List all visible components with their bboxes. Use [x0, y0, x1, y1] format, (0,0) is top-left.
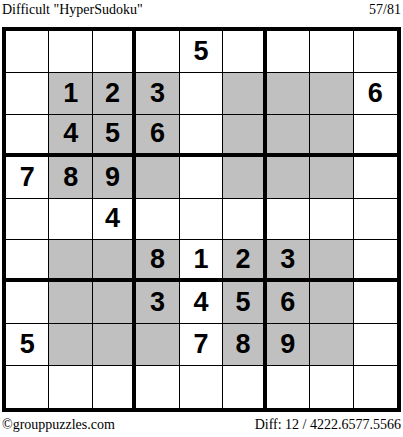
cell-r2c8[interactable] — [310, 73, 353, 115]
cell-r5c7[interactable] — [267, 199, 310, 241]
sudoku-board: 512364567894812334565789 — [2, 27, 401, 412]
site-credit: ©grouppuzzles.com — [2, 417, 115, 433]
cell-r3c6[interactable] — [223, 115, 266, 157]
cell-r7c9[interactable] — [354, 282, 397, 324]
cell-r1c3[interactable] — [93, 31, 136, 73]
cell-r4c4[interactable] — [136, 157, 179, 199]
cell-r5c6[interactable] — [223, 199, 266, 241]
cell-r2c9[interactable]: 6 — [354, 73, 397, 115]
cell-r9c2[interactable] — [49, 366, 92, 408]
cell-r3c9[interactable] — [354, 115, 397, 157]
cell-r9c9[interactable] — [354, 366, 397, 408]
cell-r5c4[interactable] — [136, 199, 179, 241]
cell-r1c2[interactable] — [49, 31, 92, 73]
cell-r9c1[interactable] — [6, 366, 49, 408]
cell-r1c6[interactable] — [223, 31, 266, 73]
cell-r5c8[interactable] — [310, 199, 353, 241]
cell-r8c1[interactable]: 5 — [6, 324, 49, 366]
cell-r4c9[interactable] — [354, 157, 397, 199]
cell-r5c2[interactable] — [49, 199, 92, 241]
cell-r1c5[interactable]: 5 — [180, 31, 223, 73]
cell-r4c2[interactable]: 8 — [49, 157, 92, 199]
cell-r2c6[interactable] — [223, 73, 266, 115]
cell-r9c6[interactable] — [223, 366, 266, 408]
cell-r7c3[interactable] — [93, 282, 136, 324]
cell-r9c4[interactable] — [136, 366, 179, 408]
cell-r3c3[interactable]: 5 — [93, 115, 136, 157]
cell-r3c4[interactable]: 6 — [136, 115, 179, 157]
header: Difficult "HyperSudoku" 57/81 — [0, 0, 403, 27]
cell-r9c3[interactable] — [93, 366, 136, 408]
cell-r9c8[interactable] — [310, 366, 353, 408]
cell-r9c7[interactable] — [267, 366, 310, 408]
cell-r7c8[interactable] — [310, 282, 353, 324]
cell-r3c7[interactable] — [267, 115, 310, 157]
cell-r1c7[interactable] — [267, 31, 310, 73]
cell-r7c6[interactable]: 5 — [223, 282, 266, 324]
cell-r8c4[interactable] — [136, 324, 179, 366]
cell-r8c8[interactable] — [310, 324, 353, 366]
cell-r6c7[interactable]: 3 — [267, 240, 310, 282]
cell-r4c5[interactable] — [180, 157, 223, 199]
cell-r1c8[interactable] — [310, 31, 353, 73]
cell-r6c1[interactable] — [6, 240, 49, 282]
cell-r8c5[interactable]: 7 — [180, 324, 223, 366]
cell-r8c7[interactable]: 9 — [267, 324, 310, 366]
cell-r6c4[interactable]: 8 — [136, 240, 179, 282]
cell-r5c9[interactable] — [354, 199, 397, 241]
cell-r6c8[interactable] — [310, 240, 353, 282]
cell-r8c3[interactable] — [93, 324, 136, 366]
cell-r5c3[interactable]: 4 — [93, 199, 136, 241]
cell-r1c9[interactable] — [354, 31, 397, 73]
cell-r8c2[interactable] — [49, 324, 92, 366]
cell-r2c3[interactable]: 2 — [93, 73, 136, 115]
cell-r3c2[interactable]: 4 — [49, 115, 92, 157]
cell-r7c2[interactable] — [49, 282, 92, 324]
cell-r7c1[interactable] — [6, 282, 49, 324]
cell-r1c1[interactable] — [6, 31, 49, 73]
cell-r8c9[interactable] — [354, 324, 397, 366]
cell-r7c4[interactable]: 3 — [136, 282, 179, 324]
cell-r6c9[interactable] — [354, 240, 397, 282]
cell-r9c5[interactable] — [180, 366, 223, 408]
progress-counter: 57/81 — [369, 2, 401, 18]
cell-r2c2[interactable]: 1 — [49, 73, 92, 115]
cell-r6c2[interactable] — [49, 240, 92, 282]
cell-r3c1[interactable] — [6, 115, 49, 157]
cell-r4c3[interactable]: 9 — [93, 157, 136, 199]
cell-r4c6[interactable] — [223, 157, 266, 199]
cell-r2c1[interactable] — [6, 73, 49, 115]
cell-r3c5[interactable] — [180, 115, 223, 157]
cell-r2c4[interactable]: 3 — [136, 73, 179, 115]
cell-r2c5[interactable] — [180, 73, 223, 115]
cell-r4c8[interactable] — [310, 157, 353, 199]
cell-r6c6[interactable]: 2 — [223, 240, 266, 282]
cell-r2c7[interactable] — [267, 73, 310, 115]
cell-r6c3[interactable] — [93, 240, 136, 282]
footer: ©grouppuzzles.com Diff: 12 / 4222.6577.5… — [0, 412, 403, 437]
cell-r4c1[interactable]: 7 — [6, 157, 49, 199]
cell-r5c5[interactable] — [180, 199, 223, 241]
cell-r4c7[interactable] — [267, 157, 310, 199]
cell-r5c1[interactable] — [6, 199, 49, 241]
puzzle-page: Difficult "HyperSudoku" 57/81 5123645678… — [0, 0, 403, 437]
puzzle-title: Difficult "HyperSudoku" — [2, 2, 143, 18]
cell-r8c6[interactable]: 8 — [223, 324, 266, 366]
cell-r3c8[interactable] — [310, 115, 353, 157]
cell-r7c5[interactable]: 4 — [180, 282, 223, 324]
cell-r6c5[interactable]: 1 — [180, 240, 223, 282]
cell-r1c4[interactable] — [136, 31, 179, 73]
difficulty-rating: Diff: 12 / 4222.6577.5566 — [255, 417, 401, 433]
cell-r7c7[interactable]: 6 — [267, 282, 310, 324]
